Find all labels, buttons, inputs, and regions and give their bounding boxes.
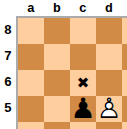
square-a7[interactable] <box>18 44 44 70</box>
square-c5[interactable]: ♟ <box>70 96 96 122</box>
square-e7[interactable] <box>122 44 127 70</box>
square-b5[interactable] <box>44 96 70 122</box>
file-label-b: b <box>44 1 70 16</box>
square-a6[interactable] <box>18 70 44 96</box>
square-a4[interactable] <box>18 122 44 129</box>
piece-outline: ♙ <box>96 96 122 122</box>
square-e6[interactable] <box>122 70 127 96</box>
square-e5[interactable] <box>122 96 127 122</box>
chess-board: ✖♟♟♙ <box>16 16 127 129</box>
square-b4[interactable] <box>44 122 70 129</box>
square-c7[interactable] <box>70 44 96 70</box>
rank-label-5: 5 <box>0 96 16 122</box>
square-b7[interactable] <box>44 44 70 70</box>
rank-label-6: 6 <box>0 70 16 96</box>
square-d5[interactable]: ♟♙ <box>96 96 122 122</box>
square-b6[interactable] <box>44 70 70 96</box>
square-c4[interactable] <box>70 122 96 129</box>
white-pawn[interactable]: ♟♙ <box>96 96 122 122</box>
chess-diagram: a b c d 8 7 6 5 ✖♟♟♙ <box>0 0 127 129</box>
rank-label-8: 8 <box>0 18 16 44</box>
file-label-a: a <box>18 1 44 16</box>
square-d8[interactable] <box>96 18 122 44</box>
square-a8[interactable] <box>18 18 44 44</box>
file-label-c: c <box>70 1 96 16</box>
square-d7[interactable] <box>96 44 122 70</box>
rank-label-7: 7 <box>0 44 16 70</box>
square-d4[interactable] <box>96 122 122 129</box>
file-label-d: d <box>96 1 122 16</box>
square-e4[interactable] <box>122 122 127 129</box>
square-b8[interactable] <box>44 18 70 44</box>
black-pawn[interactable]: ♟ <box>70 96 96 122</box>
square-e8[interactable] <box>122 18 127 44</box>
square-c8[interactable] <box>70 18 96 44</box>
square-a5[interactable] <box>18 96 44 122</box>
